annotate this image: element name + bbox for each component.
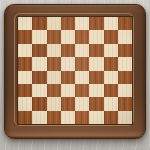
square-e5[interactable] [75, 57, 89, 70]
square-e4[interactable] [75, 71, 89, 84]
square-c6[interactable] [47, 44, 61, 57]
square-h1[interactable] [118, 111, 132, 124]
square-a8[interactable] [18, 17, 32, 30]
square-a1[interactable] [18, 111, 32, 124]
square-b4[interactable] [32, 71, 46, 84]
square-f7[interactable] [89, 30, 103, 43]
square-d2[interactable] [61, 97, 75, 110]
square-a6[interactable] [18, 44, 32, 57]
square-f4[interactable] [89, 71, 103, 84]
square-h8[interactable] [118, 17, 132, 30]
board-grid [17, 16, 133, 125]
square-d6[interactable] [61, 44, 75, 57]
square-h6[interactable] [118, 44, 132, 57]
square-c8[interactable] [47, 17, 61, 30]
square-c1[interactable] [47, 111, 61, 124]
square-f6[interactable] [89, 44, 103, 57]
square-g8[interactable] [104, 17, 118, 30]
square-g7[interactable] [104, 30, 118, 43]
square-h2[interactable] [118, 97, 132, 110]
square-h5[interactable] [118, 57, 132, 70]
table-surface [0, 0, 150, 150]
square-h3[interactable] [118, 84, 132, 97]
square-d1[interactable] [61, 111, 75, 124]
square-g3[interactable] [104, 84, 118, 97]
square-c2[interactable] [47, 97, 61, 110]
square-g6[interactable] [104, 44, 118, 57]
square-b8[interactable] [32, 17, 46, 30]
square-e8[interactable] [75, 17, 89, 30]
square-e6[interactable] [75, 44, 89, 57]
square-f3[interactable] [89, 84, 103, 97]
square-b1[interactable] [32, 111, 46, 124]
square-f2[interactable] [89, 97, 103, 110]
square-a7[interactable] [18, 30, 32, 43]
square-d5[interactable] [61, 57, 75, 70]
square-e7[interactable] [75, 30, 89, 43]
square-d7[interactable] [61, 30, 75, 43]
square-c4[interactable] [47, 71, 61, 84]
square-f1[interactable] [89, 111, 103, 124]
square-g1[interactable] [104, 111, 118, 124]
square-c5[interactable] [47, 57, 61, 70]
square-e1[interactable] [75, 111, 89, 124]
square-b2[interactable] [32, 97, 46, 110]
square-h7[interactable] [118, 30, 132, 43]
square-a2[interactable] [18, 97, 32, 110]
chessboard [4, 4, 146, 139]
square-e2[interactable] [75, 97, 89, 110]
square-b3[interactable] [32, 84, 46, 97]
square-f8[interactable] [89, 17, 103, 30]
square-d3[interactable] [61, 84, 75, 97]
square-f5[interactable] [89, 57, 103, 70]
square-g5[interactable] [104, 57, 118, 70]
square-c3[interactable] [47, 84, 61, 97]
square-b5[interactable] [32, 57, 46, 70]
square-a3[interactable] [18, 84, 32, 97]
square-e3[interactable] [75, 84, 89, 97]
square-g2[interactable] [104, 97, 118, 110]
square-b6[interactable] [32, 44, 46, 57]
square-b7[interactable] [32, 30, 46, 43]
square-a5[interactable] [18, 57, 32, 70]
square-d8[interactable] [61, 17, 75, 30]
square-c7[interactable] [47, 30, 61, 43]
square-h4[interactable] [118, 71, 132, 84]
square-d4[interactable] [61, 71, 75, 84]
square-a4[interactable] [18, 71, 32, 84]
square-g4[interactable] [104, 71, 118, 84]
